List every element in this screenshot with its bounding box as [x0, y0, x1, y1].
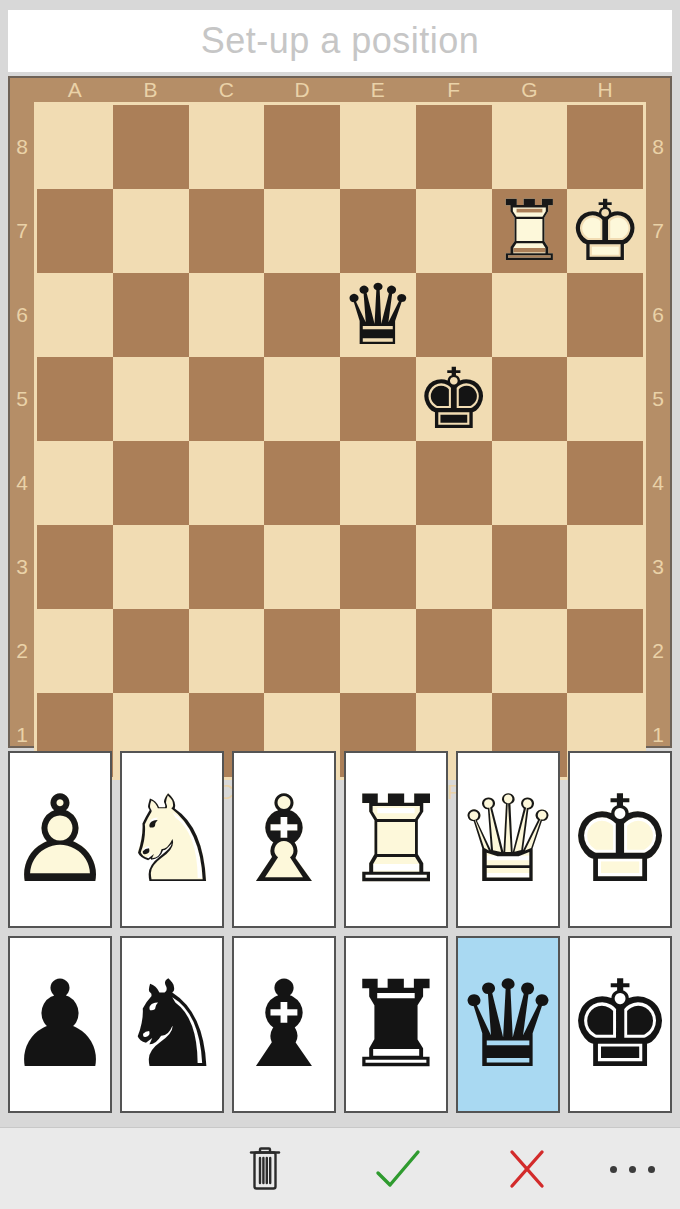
- black-rook-piece: ♜: [344, 965, 448, 1085]
- square-d8[interactable]: [264, 105, 340, 189]
- square-g3[interactable]: [492, 525, 568, 609]
- square-h5[interactable]: [567, 357, 643, 441]
- square-a8[interactable]: [37, 105, 113, 189]
- palette-white-king[interactable]: ♚♔: [568, 751, 672, 928]
- square-b5[interactable]: [113, 357, 189, 441]
- check-icon: [373, 1148, 423, 1190]
- delete-button[interactable]: [233, 1128, 297, 1209]
- square-c3[interactable]: [189, 525, 265, 609]
- file-label-d: D: [264, 78, 340, 102]
- white-bishop-piece: ♝♗: [232, 780, 336, 900]
- black-king-piece: ♚: [416, 357, 491, 441]
- square-f4[interactable]: [416, 441, 492, 525]
- square-b7[interactable]: [113, 189, 189, 273]
- palette-black-rook[interactable]: ♜: [344, 936, 448, 1113]
- position-name-input[interactable]: Set-up a position: [8, 10, 672, 72]
- file-label-g: G: [492, 78, 568, 102]
- black-pawn-piece: ♟: [8, 965, 112, 1085]
- square-h7[interactable]: ♚♔: [567, 189, 643, 273]
- square-g4[interactable]: [492, 441, 568, 525]
- square-h8[interactable]: [567, 105, 643, 189]
- square-e8[interactable]: [340, 105, 416, 189]
- rank-label-4: 4: [10, 441, 34, 525]
- square-g2[interactable]: [492, 609, 568, 693]
- file-label-a: A: [37, 78, 113, 102]
- square-f6[interactable]: [416, 273, 492, 357]
- square-d4[interactable]: [264, 441, 340, 525]
- square-a6[interactable]: [37, 273, 113, 357]
- square-h2[interactable]: [567, 609, 643, 693]
- square-f3[interactable]: [416, 525, 492, 609]
- square-c8[interactable]: [189, 105, 265, 189]
- white-rook-piece: ♜♖: [492, 189, 567, 273]
- rank-label-2: 2: [646, 609, 670, 693]
- more-button[interactable]: [600, 1128, 664, 1209]
- square-e4[interactable]: [340, 441, 416, 525]
- board-squares: ♜♖♚♔♛♚: [34, 102, 646, 780]
- rank-label-7: 7: [10, 189, 34, 273]
- square-g8[interactable]: [492, 105, 568, 189]
- square-b6[interactable]: [113, 273, 189, 357]
- rank-label-8: 8: [10, 105, 34, 189]
- palette-white-bishop[interactable]: ♝♗: [232, 751, 336, 928]
- square-f2[interactable]: [416, 609, 492, 693]
- square-c4[interactable]: [189, 441, 265, 525]
- square-f8[interactable]: [416, 105, 492, 189]
- rank-label-7: 7: [646, 189, 670, 273]
- bottom-toolbar: [0, 1127, 680, 1209]
- rank-label-8: 8: [646, 105, 670, 189]
- rank-label-2: 2: [10, 609, 34, 693]
- rank-labels-left: 87654321: [10, 102, 34, 780]
- square-d6[interactable]: [264, 273, 340, 357]
- palette-black-king[interactable]: ♚: [568, 936, 672, 1113]
- file-label-c: C: [189, 78, 265, 102]
- rank-label-5: 5: [646, 357, 670, 441]
- file-labels-top: ABCDEFGH: [34, 78, 646, 102]
- white-pawn-piece: ♟♙: [8, 780, 112, 900]
- rank-label-3: 3: [646, 525, 670, 609]
- palette-black-queen[interactable]: ♛: [456, 936, 560, 1113]
- square-c7[interactable]: [189, 189, 265, 273]
- square-d5[interactable]: [264, 357, 340, 441]
- square-h6[interactable]: [567, 273, 643, 357]
- rank-label-6: 6: [10, 273, 34, 357]
- rank-label-5: 5: [10, 357, 34, 441]
- square-c6[interactable]: [189, 273, 265, 357]
- rank-label-3: 3: [10, 525, 34, 609]
- rank-label-6: 6: [646, 273, 670, 357]
- palette-row-black: ♟♞♝♜♛♚: [8, 936, 672, 1113]
- square-b2[interactable]: [113, 609, 189, 693]
- white-queen-piece: ♛♕: [456, 780, 560, 900]
- board-corner: [10, 78, 34, 102]
- square-a7[interactable]: [37, 189, 113, 273]
- palette-white-pawn[interactable]: ♟♙: [8, 751, 112, 928]
- black-king-piece: ♚: [568, 965, 672, 1085]
- square-d2[interactable]: [264, 609, 340, 693]
- palette-white-knight[interactable]: ♞♘: [120, 751, 224, 928]
- file-label-e: E: [340, 78, 416, 102]
- square-g7[interactable]: ♜♖: [492, 189, 568, 273]
- palette-black-bishop[interactable]: ♝: [232, 936, 336, 1113]
- white-king-piece: ♚♔: [568, 780, 672, 900]
- square-e3[interactable]: [340, 525, 416, 609]
- white-knight-piece: ♞♘: [120, 780, 224, 900]
- confirm-button[interactable]: [366, 1128, 430, 1209]
- square-h4[interactable]: [567, 441, 643, 525]
- palette-black-knight[interactable]: ♞: [120, 936, 224, 1113]
- square-f5[interactable]: ♚: [416, 357, 492, 441]
- rank-labels-right: 87654321: [646, 102, 670, 780]
- square-d3[interactable]: [264, 525, 340, 609]
- square-f7[interactable]: [416, 189, 492, 273]
- square-b4[interactable]: [113, 441, 189, 525]
- rank-label-4: 4: [646, 441, 670, 525]
- square-c5[interactable]: [189, 357, 265, 441]
- square-e5[interactable]: [340, 357, 416, 441]
- square-g6[interactable]: [492, 273, 568, 357]
- file-label-h: H: [567, 78, 643, 102]
- title-placeholder-text: Set-up a position: [201, 20, 480, 62]
- square-h3[interactable]: [567, 525, 643, 609]
- square-e2[interactable]: [340, 609, 416, 693]
- square-a2[interactable]: [37, 609, 113, 693]
- palette-row-white: ♟♙♞♘♝♗♜♖♛♕♚♔: [8, 751, 672, 928]
- palette-black-pawn[interactable]: ♟: [8, 936, 112, 1113]
- square-e6[interactable]: ♛: [340, 273, 416, 357]
- black-queen-piece: ♛: [456, 965, 560, 1085]
- square-d7[interactable]: [264, 189, 340, 273]
- square-b3[interactable]: [113, 525, 189, 609]
- board-corner: [646, 78, 670, 102]
- black-bishop-piece: ♝: [232, 965, 336, 1085]
- black-queen-piece: ♛: [340, 273, 415, 357]
- square-a3[interactable]: [37, 525, 113, 609]
- ellipsis-icon: [610, 1166, 655, 1173]
- square-a4[interactable]: [37, 441, 113, 525]
- palette-white-queen[interactable]: ♛♕: [456, 751, 560, 928]
- file-label-b: B: [113, 78, 189, 102]
- white-rook-piece: ♜♖: [344, 780, 448, 900]
- x-icon: [507, 1148, 547, 1190]
- palette-white-rook[interactable]: ♜♖: [344, 751, 448, 928]
- cancel-button[interactable]: [495, 1128, 559, 1209]
- file-label-f: F: [416, 78, 492, 102]
- white-king-piece: ♚♔: [567, 189, 642, 273]
- square-g5[interactable]: [492, 357, 568, 441]
- black-knight-piece: ♞: [120, 965, 224, 1085]
- square-a5[interactable]: [37, 357, 113, 441]
- chess-board: ABCDEFGH 87654321 ♜♖♚♔♛♚ 87654321 ABCDEF…: [8, 76, 672, 748]
- square-c2[interactable]: [189, 609, 265, 693]
- square-b8[interactable]: [113, 105, 189, 189]
- trash-icon: [248, 1146, 282, 1192]
- square-e7[interactable]: [340, 189, 416, 273]
